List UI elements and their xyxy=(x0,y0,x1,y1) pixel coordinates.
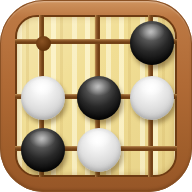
stone-white xyxy=(130,76,174,120)
board-layer xyxy=(15,15,177,177)
stone-black xyxy=(77,76,121,120)
stone-specular-highlight xyxy=(138,24,165,42)
stone-specular-highlight xyxy=(138,79,165,97)
stone-specular-highlight xyxy=(85,131,112,149)
star-point-hoshi xyxy=(36,36,51,51)
stone-white xyxy=(77,128,121,172)
stone-specular-highlight xyxy=(85,79,112,97)
stone-white xyxy=(21,76,65,120)
screenshot-stage xyxy=(0,0,192,192)
stone-specular-highlight xyxy=(29,131,56,149)
stone-black xyxy=(130,21,174,65)
go-board-icon[interactable] xyxy=(0,0,192,192)
stone-specular-highlight xyxy=(29,79,56,97)
stone-black xyxy=(21,128,65,172)
